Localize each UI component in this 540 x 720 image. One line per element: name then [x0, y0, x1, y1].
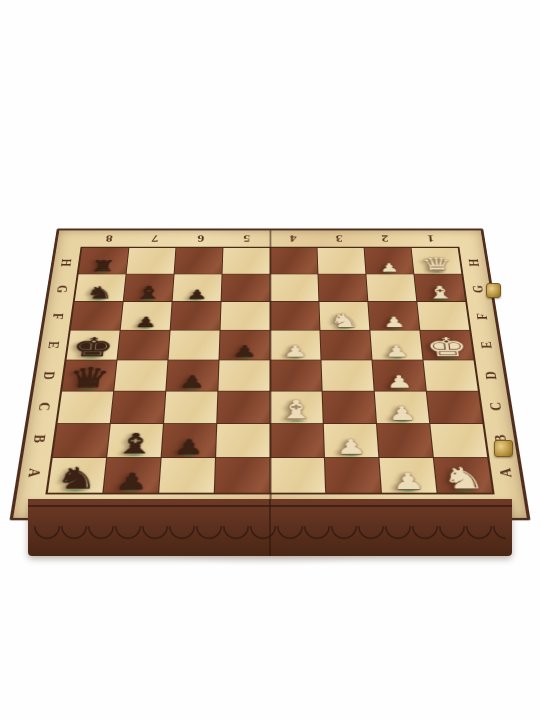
square-a3[interactable]: [325, 458, 381, 493]
box-front-face: [28, 499, 512, 556]
square-f8[interactable]: [71, 302, 123, 330]
square-f6[interactable]: [171, 302, 221, 330]
square-a2[interactable]: ♟: [379, 458, 436, 493]
square-c2[interactable]: ♟: [375, 392, 429, 424]
felt-base: [121, 489, 142, 492]
square-b7[interactable]: ♝: [107, 424, 163, 457]
square-f4[interactable]: [270, 302, 319, 330]
square-g3[interactable]: [318, 274, 367, 301]
square-c6[interactable]: [164, 392, 217, 424]
square-g8[interactable]: ♞: [75, 274, 126, 301]
black-pawn-e5[interactable]: ♟: [232, 344, 257, 358]
square-e7[interactable]: [118, 331, 170, 360]
square-h6[interactable]: [175, 248, 223, 274]
square-a4[interactable]: [271, 458, 326, 493]
felt-base: [392, 388, 409, 390]
square-e4[interactable]: ♟: [270, 331, 320, 360]
coordinate-label: 6: [178, 230, 225, 246]
felt-base: [342, 454, 361, 457]
white-pawn-h2[interactable]: ♟: [379, 262, 399, 273]
square-a8[interactable]: ♞: [48, 458, 106, 493]
square-b4[interactable]: [271, 424, 324, 457]
square-h5[interactable]: [223, 248, 270, 274]
square-b3[interactable]: ♟: [324, 424, 379, 457]
square-b5[interactable]: [216, 424, 269, 457]
square-c8[interactable]: [58, 392, 114, 424]
white-pawn-f2[interactable]: ♟: [382, 316, 406, 329]
square-g7[interactable]: ♝: [124, 274, 174, 301]
coordinate-label: 8: [85, 230, 133, 246]
black-king-e8[interactable]: ♚: [71, 335, 116, 359]
square-b1[interactable]: [430, 424, 487, 457]
felt-base: [121, 454, 147, 457]
black-queen-d8[interactable]: ♛: [66, 365, 112, 390]
felt-base: [190, 298, 203, 300]
black-rook-h8[interactable]: ♜: [90, 259, 117, 273]
felt-base: [62, 489, 90, 492]
black-pawn-b6[interactable]: ♟: [173, 437, 204, 456]
white-pawn-c2[interactable]: ♟: [387, 405, 417, 422]
felt-base: [384, 271, 396, 273]
felt-base: [184, 388, 201, 390]
square-f3[interactable]: ♞: [319, 302, 369, 330]
white-knight-a1[interactable]: ♞: [440, 464, 487, 492]
white-queen-h1[interactable]: ♛: [420, 256, 453, 273]
felt-base: [138, 327, 152, 329]
felt-base: [335, 327, 354, 329]
coordinate-label: 3: [316, 230, 363, 246]
felt-base: [284, 420, 308, 422]
square-a5[interactable]: [215, 458, 270, 493]
white-bishop-c4[interactable]: ♝: [277, 399, 316, 423]
felt-base: [179, 454, 198, 457]
felt-base: [451, 489, 479, 492]
square-f2[interactable]: ♟: [368, 302, 419, 330]
felt-base: [428, 271, 448, 273]
square-f5[interactable]: [221, 302, 270, 330]
product-photo-scene: 87654321 87654321 HGFEDCBA HGFEDCBA ♜♟♛♞…: [0, 0, 540, 720]
square-h7[interactable]: [127, 248, 176, 274]
felt-base: [139, 298, 157, 300]
black-pawn-d6[interactable]: ♟: [179, 374, 206, 390]
square-d2[interactable]: ♟: [373, 360, 426, 390]
front-fold-seam: [269, 499, 271, 556]
coordinate-label: 2: [361, 230, 408, 246]
square-g6[interactable]: ♟: [173, 274, 222, 301]
black-pawn-g6[interactable]: ♟: [186, 289, 208, 301]
square-f1[interactable]: [417, 302, 469, 330]
white-pawn-d2[interactable]: ♟: [386, 374, 414, 390]
felt-base: [435, 357, 461, 359]
white-knight-f3[interactable]: ♞: [329, 312, 360, 329]
black-knight-g8[interactable]: ♞: [85, 285, 115, 301]
felt-base: [388, 327, 402, 329]
square-c5[interactable]: [217, 392, 269, 424]
square-a7[interactable]: ♟: [103, 458, 160, 493]
square-b8[interactable]: [53, 424, 110, 457]
coordinate-label: 5: [224, 230, 270, 246]
square-a6[interactable]: [159, 458, 215, 493]
black-knight-a8[interactable]: ♞: [53, 464, 100, 492]
square-h3[interactable]: [318, 248, 366, 274]
square-h2[interactable]: ♟: [365, 248, 414, 274]
square-d3[interactable]: [322, 360, 374, 390]
black-pawn-a7[interactable]: ♟: [114, 471, 149, 492]
coordinate-label: 7: [131, 230, 178, 246]
square-d8[interactable]: ♛: [62, 360, 116, 390]
felt-base: [90, 298, 108, 300]
square-g2[interactable]: [366, 274, 416, 301]
brass-clasp-icon: [486, 283, 501, 298]
square-d6[interactable]: ♟: [166, 360, 218, 390]
felt-base: [79, 357, 105, 359]
black-pawn-f7[interactable]: ♟: [134, 316, 158, 329]
coordinate-label: 1: [407, 230, 455, 246]
white-bishop-g1[interactable]: ♝: [425, 284, 456, 300]
white-pawn-e4[interactable]: ♟: [283, 344, 308, 358]
chess-board-frame: 87654321 87654321 HGFEDCBA HGFEDCBA ♜♟♛♞…: [9, 229, 530, 521]
square-d7[interactable]: [114, 360, 167, 390]
square-c3[interactable]: [323, 392, 376, 424]
felt-base: [288, 357, 304, 359]
felt-base: [399, 489, 420, 492]
square-h4[interactable]: [270, 248, 317, 274]
felt-base: [237, 357, 253, 359]
square-g5[interactable]: [222, 274, 270, 301]
felt-base: [394, 420, 412, 422]
square-a1[interactable]: ♞: [434, 458, 492, 493]
white-pawn-e2[interactable]: ♟: [384, 344, 410, 358]
square-b6[interactable]: ♟: [162, 424, 217, 457]
square-b2[interactable]: [377, 424, 433, 457]
square-h1[interactable]: ♛: [412, 248, 462, 274]
chess-board-3d-wrap: 87654321 87654321 HGFEDCBA HGFEDCBA ♜♟♛♞…: [9, 229, 530, 521]
felt-base: [432, 298, 450, 300]
square-e8[interactable]: ♚: [67, 331, 120, 360]
square-e3[interactable]: [320, 331, 371, 360]
square-f7[interactable]: ♟: [121, 302, 172, 330]
square-g1[interactable]: ♝: [414, 274, 465, 301]
square-c4[interactable]: ♝: [271, 392, 323, 424]
white-king-e1[interactable]: ♚: [425, 335, 470, 359]
black-bishop-b7[interactable]: ♝: [113, 431, 157, 457]
brass-clasp-icon: [494, 440, 513, 457]
felt-base: [389, 357, 405, 359]
square-d4[interactable]: [271, 360, 322, 390]
black-bishop-g7[interactable]: ♝: [133, 284, 163, 300]
square-h8[interactable]: ♜: [79, 248, 129, 274]
white-pawn-a2[interactable]: ♟: [391, 471, 426, 492]
coordinate-label: 4: [270, 230, 316, 246]
square-c1[interactable]: [427, 392, 483, 424]
square-e2[interactable]: ♟: [370, 331, 422, 360]
square-c7[interactable]: [111, 392, 165, 424]
square-e6[interactable]: [169, 331, 220, 360]
felt-base: [94, 271, 110, 273]
square-d5[interactable]: [218, 360, 269, 390]
white-pawn-b3[interactable]: ♟: [335, 437, 366, 456]
square-d1[interactable]: [424, 360, 478, 390]
square-g4[interactable]: [270, 274, 318, 301]
felt-base: [74, 388, 101, 390]
square-e1[interactable]: ♚: [420, 331, 473, 360]
square-e5[interactable]: ♟: [220, 331, 270, 360]
